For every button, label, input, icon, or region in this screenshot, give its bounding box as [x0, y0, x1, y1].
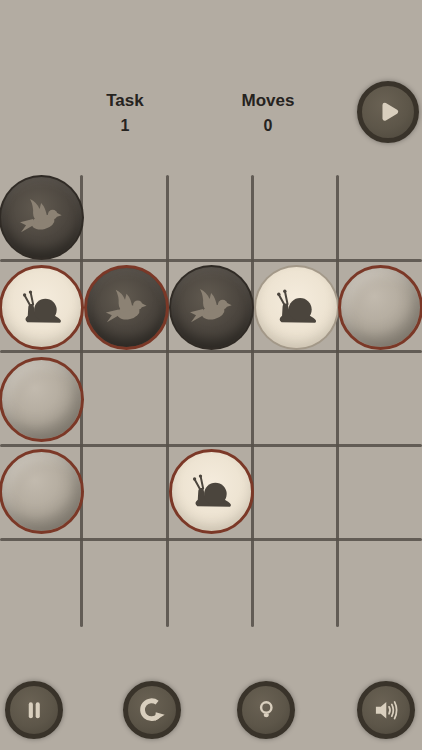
game-screen: Task 1 Moves 0	[0, 0, 422, 750]
speaker-icon	[369, 693, 404, 728]
grid-line-horizontal	[0, 350, 422, 353]
snail-piece[interactable]	[169, 449, 254, 534]
grid-line-vertical	[251, 175, 254, 627]
target-cell[interactable]	[0, 449, 84, 534]
grid-line-horizontal	[0, 444, 422, 447]
lightbulb-icon	[249, 693, 284, 728]
grid-line-horizontal	[0, 259, 422, 262]
board	[0, 0, 422, 750]
snail-icon	[17, 283, 66, 332]
snail-icon	[271, 282, 321, 332]
dove-icon	[102, 283, 151, 332]
pause-icon	[17, 693, 52, 728]
sound-button[interactable]	[357, 681, 415, 739]
bird-piece[interactable]	[84, 265, 169, 350]
restart-button[interactable]	[123, 681, 181, 739]
grid-line-vertical	[166, 175, 169, 627]
bird-piece[interactable]	[169, 265, 254, 350]
pause-button[interactable]	[5, 681, 63, 739]
snail-piece[interactable]	[254, 265, 339, 350]
snail-piece[interactable]	[0, 265, 84, 350]
target-cell[interactable]	[338, 265, 422, 350]
grid-line-vertical	[336, 175, 339, 627]
hint-button[interactable]	[237, 681, 295, 739]
snail-icon	[187, 467, 236, 516]
dove-icon	[16, 192, 66, 242]
dove-icon	[186, 282, 236, 332]
grid-line-horizontal	[0, 538, 422, 541]
restart-icon	[135, 693, 170, 728]
bird-piece[interactable]	[0, 175, 84, 260]
target-cell[interactable]	[0, 357, 84, 442]
